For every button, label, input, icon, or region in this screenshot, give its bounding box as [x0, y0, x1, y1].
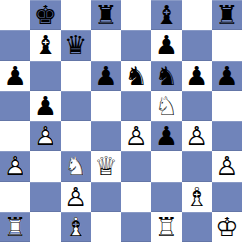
square-g4[interactable]: ♟♙	[182, 121, 212, 151]
white-rook-a1[interactable]: ♜♖	[0, 212, 30, 242]
black-pawn-f4[interactable]: ♟	[151, 121, 181, 151]
square-g7[interactable]	[182, 30, 212, 60]
piece-fill-glyph: ♝	[151, 0, 181, 30]
piece-fill-glyph: ♟	[212, 61, 242, 91]
square-g2[interactable]: ♝♗	[182, 182, 212, 212]
square-c3[interactable]: ♞♘	[61, 151, 91, 181]
square-b7[interactable]: ♝	[30, 30, 60, 60]
square-h7[interactable]	[212, 30, 242, 60]
black-knight-e6[interactable]: ♞	[121, 61, 151, 91]
square-a3[interactable]: ♟♙	[0, 151, 30, 181]
black-pawn-d6[interactable]: ♟	[91, 61, 121, 91]
square-h4[interactable]	[212, 121, 242, 151]
white-pawn-g4[interactable]: ♟♙	[182, 121, 212, 151]
black-pawn-a6[interactable]: ♟	[0, 61, 30, 91]
square-c6[interactable]	[61, 61, 91, 91]
piece-outline-glyph: ♙	[30, 121, 60, 151]
piece-outline-glyph: ♘	[61, 151, 91, 181]
square-b6[interactable]	[30, 61, 60, 91]
square-a4[interactable]	[0, 121, 30, 151]
piece-fill-glyph: ♟	[0, 61, 30, 91]
square-g6[interactable]: ♟	[182, 61, 212, 91]
square-c4[interactable]	[61, 121, 91, 151]
square-g1[interactable]	[182, 212, 212, 242]
piece-fill-glyph: ♝	[30, 30, 60, 60]
square-b3[interactable]	[30, 151, 60, 181]
square-e4[interactable]: ♟♙	[121, 121, 151, 151]
white-king-h1[interactable]: ♚♔	[212, 212, 242, 242]
piece-outline-glyph: ♙	[182, 121, 212, 151]
square-f2[interactable]	[151, 182, 181, 212]
square-e8[interactable]	[121, 0, 151, 30]
square-c5[interactable]	[61, 91, 91, 121]
square-d7[interactable]	[91, 30, 121, 60]
piece-fill-glyph: ♞	[151, 61, 181, 91]
white-bishop-c1[interactable]: ♝♗	[61, 212, 91, 242]
square-f8[interactable]: ♝	[151, 0, 181, 30]
white-pawn-c2[interactable]: ♟♙	[61, 182, 91, 212]
black-pawn-b5[interactable]: ♟	[30, 91, 60, 121]
piece-outline-glyph: ♔	[212, 212, 242, 242]
square-b8[interactable]: ♚	[30, 0, 60, 30]
square-b1[interactable]	[30, 212, 60, 242]
piece-outline-glyph: ♕	[91, 151, 121, 181]
square-h8[interactable]: ♜	[212, 0, 242, 30]
square-e6[interactable]: ♞	[121, 61, 151, 91]
square-d8[interactable]: ♜	[91, 0, 121, 30]
square-f5[interactable]: ♞♘	[151, 91, 181, 121]
square-a6[interactable]: ♟	[0, 61, 30, 91]
white-pawn-h3[interactable]: ♟♙	[212, 151, 242, 181]
piece-fill-glyph: ♛	[61, 30, 91, 60]
black-king-b8[interactable]: ♚	[30, 0, 60, 30]
square-d4[interactable]	[91, 121, 121, 151]
chess-board: ♚♜♝♜♝♛♟♟♟♞♞♟♟♟♞♘♟♙♟♙♟♟♙♟♙♞♘♛♕♟♙♟♙♝♗♜♖♝♗♜…	[0, 0, 242, 242]
square-f7[interactable]: ♟	[151, 30, 181, 60]
square-b5[interactable]: ♟	[30, 91, 60, 121]
square-h3[interactable]: ♟♙	[212, 151, 242, 181]
black-knight-f6[interactable]: ♞	[151, 61, 181, 91]
square-f6[interactable]: ♞	[151, 61, 181, 91]
square-d3[interactable]: ♛♕	[91, 151, 121, 181]
white-rook-f1[interactable]: ♜♖	[151, 212, 181, 242]
square-c7[interactable]: ♛	[61, 30, 91, 60]
white-pawn-e4[interactable]: ♟♙	[121, 121, 151, 151]
black-pawn-f7[interactable]: ♟	[151, 30, 181, 60]
black-rook-h8[interactable]: ♜	[212, 0, 242, 30]
square-c2[interactable]: ♟♙	[61, 182, 91, 212]
piece-fill-glyph: ♜	[212, 0, 242, 30]
square-e7[interactable]	[121, 30, 151, 60]
black-bishop-f8[interactable]: ♝	[151, 0, 181, 30]
black-bishop-b7[interactable]: ♝	[30, 30, 60, 60]
white-pawn-a3[interactable]: ♟♙	[0, 151, 30, 181]
square-g3[interactable]	[182, 151, 212, 181]
piece-fill-glyph: ♟	[91, 61, 121, 91]
piece-outline-glyph: ♙	[0, 151, 30, 181]
piece-outline-glyph: ♗	[182, 182, 212, 212]
square-d2[interactable]	[91, 182, 121, 212]
square-e3[interactable]	[121, 151, 151, 181]
square-h1[interactable]: ♚♔	[212, 212, 242, 242]
black-queen-c7[interactable]: ♛	[61, 30, 91, 60]
white-knight-c3[interactable]: ♞♘	[61, 151, 91, 181]
piece-fill-glyph: ♜	[91, 0, 121, 30]
square-d5[interactable]	[91, 91, 121, 121]
square-g8[interactable]	[182, 0, 212, 30]
square-e2[interactable]	[121, 182, 151, 212]
square-a5[interactable]	[0, 91, 30, 121]
square-a2[interactable]	[0, 182, 30, 212]
square-a7[interactable]	[0, 30, 30, 60]
white-knight-f5[interactable]: ♞♘	[151, 91, 181, 121]
piece-fill-glyph: ♟	[151, 30, 181, 60]
piece-outline-glyph: ♙	[61, 182, 91, 212]
piece-outline-glyph: ♙	[121, 121, 151, 151]
square-d6[interactable]: ♟	[91, 61, 121, 91]
white-bishop-g2[interactable]: ♝♗	[182, 182, 212, 212]
square-b2[interactable]	[30, 182, 60, 212]
black-pawn-h6[interactable]: ♟	[212, 61, 242, 91]
square-a8[interactable]	[0, 0, 30, 30]
square-h6[interactable]: ♟	[212, 61, 242, 91]
square-e5[interactable]	[121, 91, 151, 121]
piece-outline-glyph: ♖	[0, 212, 30, 242]
square-g5[interactable]	[182, 91, 212, 121]
square-h5[interactable]	[212, 91, 242, 121]
piece-fill-glyph: ♟	[182, 61, 212, 91]
piece-outline-glyph: ♗	[61, 212, 91, 242]
square-c8[interactable]	[61, 0, 91, 30]
white-pawn-b4[interactable]: ♟♙	[30, 121, 60, 151]
piece-fill-glyph: ♟	[151, 121, 181, 151]
piece-outline-glyph: ♘	[151, 91, 181, 121]
square-f3[interactable]	[151, 151, 181, 181]
piece-outline-glyph: ♖	[151, 212, 181, 242]
piece-fill-glyph: ♚	[30, 0, 60, 30]
square-h2[interactable]	[212, 182, 242, 212]
square-c1[interactable]: ♝♗	[61, 212, 91, 242]
square-f1[interactable]: ♜♖	[151, 212, 181, 242]
square-e1[interactable]	[121, 212, 151, 242]
square-b4[interactable]: ♟♙	[30, 121, 60, 151]
black-rook-d8[interactable]: ♜	[91, 0, 121, 30]
square-d1[interactable]	[91, 212, 121, 242]
square-a1[interactable]: ♜♖	[0, 212, 30, 242]
piece-outline-glyph: ♙	[212, 151, 242, 181]
piece-fill-glyph: ♞	[121, 61, 151, 91]
piece-fill-glyph: ♟	[30, 91, 60, 121]
square-f4[interactable]: ♟	[151, 121, 181, 151]
white-queen-d3[interactable]: ♛♕	[91, 151, 121, 181]
black-pawn-g6[interactable]: ♟	[182, 61, 212, 91]
